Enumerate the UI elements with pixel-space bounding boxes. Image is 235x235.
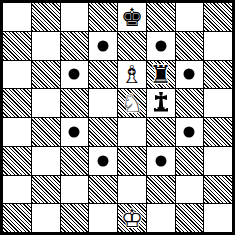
square-b8[interactable] xyxy=(32,3,60,31)
dot-marker xyxy=(155,40,166,51)
square-h6[interactable] xyxy=(204,61,232,89)
square-a6[interactable] xyxy=(3,61,31,89)
square-a3[interactable] xyxy=(3,147,31,175)
piece-black-king[interactable]: ♚ xyxy=(118,3,146,31)
white-bishop-icon: ♗ xyxy=(121,62,143,87)
square-c1[interactable] xyxy=(61,204,89,232)
square-c4[interactable] xyxy=(61,118,89,146)
square-b2[interactable] xyxy=(32,176,60,204)
square-g5[interactable] xyxy=(176,89,204,117)
square-d1[interactable] xyxy=(89,204,117,232)
square-d6[interactable] xyxy=(89,61,117,89)
square-b4[interactable] xyxy=(32,118,60,146)
square-a4[interactable] xyxy=(3,118,31,146)
square-h5[interactable] xyxy=(204,89,232,117)
white-knight-icon: ♘ xyxy=(121,91,143,116)
square-d3[interactable] xyxy=(89,147,117,175)
square-e8[interactable]: ♚ xyxy=(118,3,146,31)
dot-marker xyxy=(184,69,195,80)
square-h3[interactable] xyxy=(204,147,232,175)
square-b5[interactable] xyxy=(32,89,60,117)
square-h2[interactable] xyxy=(204,176,232,204)
cross-marker-icon xyxy=(152,92,170,114)
dot-marker xyxy=(184,126,195,137)
square-g8[interactable] xyxy=(176,3,204,31)
square-b6[interactable] xyxy=(32,61,60,89)
square-h8[interactable] xyxy=(204,3,232,31)
square-e1[interactable]: ♚♔ xyxy=(118,204,146,232)
square-f7[interactable] xyxy=(147,32,175,60)
square-f1[interactable] xyxy=(147,204,175,232)
square-b1[interactable] xyxy=(32,204,60,232)
square-g7[interactable] xyxy=(176,32,204,60)
black-rook-icon: ♜ xyxy=(149,62,171,87)
piece-white-bishop[interactable]: ♝♗ xyxy=(118,61,146,89)
square-f2[interactable] xyxy=(147,176,175,204)
square-f3[interactable] xyxy=(147,147,175,175)
square-c7[interactable] xyxy=(61,32,89,60)
square-f6[interactable]: ♜ xyxy=(147,61,175,89)
square-a5[interactable] xyxy=(3,89,31,117)
square-d2[interactable] xyxy=(89,176,117,204)
square-g6[interactable] xyxy=(176,61,204,89)
square-g3[interactable] xyxy=(176,147,204,175)
square-d4[interactable] xyxy=(89,118,117,146)
square-d5[interactable] xyxy=(89,89,117,117)
square-e7[interactable] xyxy=(118,32,146,60)
square-e3[interactable] xyxy=(118,147,146,175)
square-c2[interactable] xyxy=(61,176,89,204)
square-f5[interactable] xyxy=(147,89,175,117)
square-a1[interactable] xyxy=(3,204,31,232)
piece-white-knight[interactable]: ♞♘ xyxy=(118,89,146,117)
square-g4[interactable] xyxy=(176,118,204,146)
square-c8[interactable] xyxy=(61,3,89,31)
dot-marker xyxy=(69,69,80,80)
square-g2[interactable] xyxy=(176,176,204,204)
square-d7[interactable] xyxy=(89,32,117,60)
piece-white-king[interactable]: ♚♔ xyxy=(118,204,146,232)
square-e5[interactable]: ♞♘ xyxy=(118,89,146,117)
square-a2[interactable] xyxy=(3,176,31,204)
piece-black-rook[interactable]: ♜ xyxy=(147,61,175,89)
square-d8[interactable] xyxy=(89,3,117,31)
square-f8[interactable] xyxy=(147,3,175,31)
black-king-icon: ♚ xyxy=(121,4,143,29)
square-c6[interactable] xyxy=(61,61,89,89)
square-h1[interactable] xyxy=(204,204,232,232)
square-f4[interactable] xyxy=(147,118,175,146)
chess-diagram: ♚♝♗♜♞♘♚♔ xyxy=(0,0,235,235)
dot-marker xyxy=(98,155,109,166)
square-c3[interactable] xyxy=(61,147,89,175)
square-g1[interactable] xyxy=(176,204,204,232)
square-a7[interactable] xyxy=(3,32,31,60)
square-e6[interactable]: ♝♗ xyxy=(118,61,146,89)
dot-marker xyxy=(98,40,109,51)
chess-board: ♚♝♗♜♞♘♚♔ xyxy=(0,0,235,235)
white-king-icon: ♔ xyxy=(121,206,143,231)
square-a8[interactable] xyxy=(3,3,31,31)
square-h4[interactable] xyxy=(204,118,232,146)
square-e4[interactable] xyxy=(118,118,146,146)
square-c5[interactable] xyxy=(61,89,89,117)
dot-marker xyxy=(155,155,166,166)
dot-marker xyxy=(69,126,80,137)
square-h7[interactable] xyxy=(204,32,232,60)
square-e2[interactable] xyxy=(118,176,146,204)
square-b7[interactable] xyxy=(32,32,60,60)
square-b3[interactable] xyxy=(32,147,60,175)
